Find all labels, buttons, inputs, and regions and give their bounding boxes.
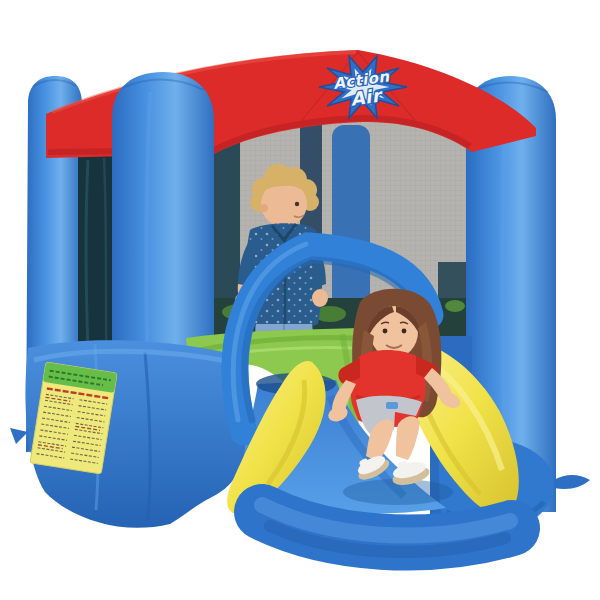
product-photo: Action Air — [0, 0, 600, 600]
back-pillar — [332, 125, 370, 310]
right-anchor-strap — [554, 475, 590, 489]
left-base — [25, 340, 246, 528]
left-anchor-strap — [10, 428, 28, 444]
boy-right-hand — [312, 289, 328, 307]
warning-label — [30, 362, 117, 474]
bounce-house-scene: Action Air — [0, 0, 600, 600]
